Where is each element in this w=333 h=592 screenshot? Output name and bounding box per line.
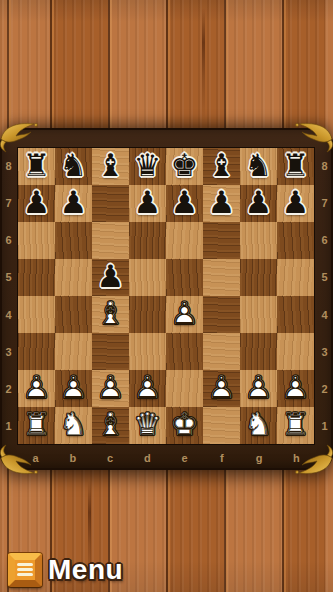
piece-outline: ♙ — [60, 372, 88, 403]
square-f7[interactable]: ♟ — [203, 185, 240, 222]
black-pawn-piece[interactable]: ♟ — [55, 185, 92, 221]
square-g4[interactable] — [240, 296, 277, 333]
square-d5[interactable] — [129, 259, 166, 296]
square-d6[interactable] — [129, 222, 166, 259]
black-pawn-piece[interactable]: ♟ — [18, 185, 55, 221]
square-e2[interactable] — [166, 370, 203, 407]
piece-outline: ♙ — [134, 372, 162, 403]
black-queen-piece[interactable]: ♛ — [129, 148, 166, 184]
square-f5[interactable] — [203, 259, 240, 296]
square-d4[interactable] — [129, 296, 166, 333]
white-rook-piece[interactable]: ♜♖ — [18, 407, 55, 443]
white-bishop-piece[interactable]: ♝♗ — [92, 407, 129, 443]
rank-labels-left: 87654321 — [0, 147, 17, 445]
square-c3[interactable] — [92, 333, 129, 370]
black-rook-piece[interactable]: ♜ — [18, 148, 55, 184]
black-rook-piece[interactable]: ♜ — [277, 148, 314, 184]
piece-outline: ♙ — [282, 372, 310, 403]
square-e3[interactable] — [166, 333, 203, 370]
square-f6[interactable] — [203, 222, 240, 259]
rank-label-5-right: 5 — [316, 259, 333, 296]
square-f1[interactable] — [203, 407, 240, 444]
square-g2[interactable]: ♟♙ — [240, 370, 277, 407]
square-c4[interactable]: ♝♗ — [92, 296, 129, 333]
square-g3[interactable] — [240, 333, 277, 370]
square-h7[interactable]: ♟ — [277, 185, 314, 222]
piece-outline: ♙ — [245, 372, 273, 403]
square-b5[interactable] — [55, 259, 92, 296]
piece-outline: ♕ — [134, 409, 162, 440]
square-g8[interactable]: ♞ — [240, 148, 277, 185]
square-g7[interactable]: ♟ — [240, 185, 277, 222]
board-squares: ♜♞♝♛♚♝♞♜♟♟♟♟♟♟♟♟♝♗♟♙♟♙♟♙♟♙♟♙♟♙♟♙♟♙♜♖♞♘♝♗… — [17, 147, 315, 445]
white-pawn-piece[interactable]: ♟♙ — [55, 370, 92, 406]
square-b3[interactable] — [55, 333, 92, 370]
white-pawn-piece[interactable]: ♟♙ — [277, 370, 314, 406]
file-label-f: f — [203, 447, 240, 468]
square-e8[interactable]: ♚ — [166, 148, 203, 185]
white-queen-piece[interactable]: ♛♕ — [129, 407, 166, 443]
square-c2[interactable]: ♟♙ — [92, 370, 129, 407]
rank-label-2-left: 2 — [0, 371, 17, 408]
square-a7[interactable]: ♟ — [18, 185, 55, 222]
square-c8[interactable]: ♝ — [92, 148, 129, 185]
square-d3[interactable] — [129, 333, 166, 370]
square-c6[interactable] — [92, 222, 129, 259]
square-a1[interactable]: ♜♖ — [18, 407, 55, 444]
rank-label-3-left: 3 — [0, 333, 17, 370]
menu-button-label: Menu — [48, 554, 123, 586]
square-g1[interactable]: ♞♘ — [240, 407, 277, 444]
square-a4[interactable] — [18, 296, 55, 333]
white-knight-piece[interactable]: ♞♘ — [240, 407, 277, 443]
rank-label-2-right: 2 — [316, 371, 333, 408]
white-pawn-piece[interactable]: ♟♙ — [203, 370, 240, 406]
piece-outline: ♗ — [97, 298, 125, 329]
square-d7[interactable]: ♟ — [129, 185, 166, 222]
square-a3[interactable] — [18, 333, 55, 370]
white-king-piece[interactable]: ♚♔ — [166, 407, 203, 443]
rank-label-3-right: 3 — [316, 333, 333, 370]
square-d2[interactable]: ♟♙ — [129, 370, 166, 407]
white-bishop-piece[interactable]: ♝♗ — [92, 296, 129, 332]
square-b7[interactable]: ♟ — [55, 185, 92, 222]
piece-outline: ♙ — [23, 372, 51, 403]
square-e7[interactable]: ♟ — [166, 185, 203, 222]
white-pawn-piece[interactable]: ♟♙ — [92, 370, 129, 406]
file-label-b: b — [54, 447, 91, 468]
piece-outline: ♖ — [282, 409, 310, 440]
rank-label-1-left: 1 — [0, 408, 17, 445]
square-b4[interactable] — [55, 296, 92, 333]
square-c1[interactable]: ♝♗ — [92, 407, 129, 444]
black-bishop-piece[interactable]: ♝ — [203, 148, 240, 184]
rank-label-6-left: 6 — [0, 222, 17, 259]
file-label-e: e — [166, 447, 203, 468]
piece-outline: ♙ — [171, 298, 199, 329]
white-knight-piece[interactable]: ♞♘ — [55, 407, 92, 443]
black-knight-piece[interactable]: ♞ — [240, 148, 277, 184]
white-pawn-piece[interactable]: ♟♙ — [18, 370, 55, 406]
black-knight-piece[interactable]: ♞ — [55, 148, 92, 184]
black-pawn-piece[interactable]: ♟ — [277, 185, 314, 221]
rank-label-7-right: 7 — [316, 184, 333, 221]
square-e6[interactable] — [166, 222, 203, 259]
square-f2[interactable]: ♟♙ — [203, 370, 240, 407]
black-pawn-piece[interactable]: ♟ — [203, 185, 240, 221]
square-b6[interactable] — [55, 222, 92, 259]
file-label-g: g — [241, 447, 278, 468]
piece-outline: ♘ — [245, 409, 273, 440]
piece-outline: ♖ — [23, 409, 51, 440]
rank-label-8-left: 8 — [0, 147, 17, 184]
square-g5[interactable] — [240, 259, 277, 296]
square-d8[interactable]: ♛ — [129, 148, 166, 185]
piece-outline: ♗ — [97, 409, 125, 440]
hamburger-bar — [17, 563, 33, 566]
black-bishop-piece[interactable]: ♝ — [92, 148, 129, 184]
square-g6[interactable] — [240, 222, 277, 259]
file-label-d: d — [129, 447, 166, 468]
white-pawn-piece[interactable]: ♟♙ — [166, 296, 203, 332]
white-pawn-piece[interactable]: ♟♙ — [240, 370, 277, 406]
menu-button[interactable]: Menu — [8, 551, 123, 588]
square-c7[interactable] — [92, 185, 129, 222]
square-h8[interactable]: ♜ — [277, 148, 314, 185]
square-f3[interactable] — [203, 333, 240, 370]
piece-outline: ♙ — [208, 372, 236, 403]
square-c5[interactable]: ♟ — [92, 259, 129, 296]
square-d1[interactable]: ♛♕ — [129, 407, 166, 444]
square-a5[interactable] — [18, 259, 55, 296]
chess-board: 87654321 87654321 ♜♞♝♛♚♝♞♜♟♟♟♟♟♟♟♟♝♗♟♙♟♙… — [0, 128, 333, 470]
piece-outline: ♔ — [171, 409, 199, 440]
black-pawn-piece[interactable]: ♟ — [240, 185, 277, 221]
file-label-a: a — [17, 447, 54, 468]
hamburger-icon[interactable] — [8, 553, 42, 587]
black-pawn-piece[interactable]: ♟ — [129, 185, 166, 221]
rank-label-4-right: 4 — [316, 296, 333, 333]
file-label-h: h — [278, 447, 315, 468]
square-h4[interactable] — [277, 296, 314, 333]
square-b1[interactable]: ♞♘ — [55, 407, 92, 444]
black-pawn-piece[interactable]: ♟ — [166, 185, 203, 221]
white-pawn-piece[interactable]: ♟♙ — [129, 370, 166, 406]
wood-crack — [202, 8, 205, 123]
white-rook-piece[interactable]: ♜♖ — [277, 407, 314, 443]
rank-label-1-right: 1 — [316, 408, 333, 445]
black-pawn-piece[interactable]: ♟ — [92, 259, 129, 295]
rank-label-4-left: 4 — [0, 296, 17, 333]
square-a6[interactable] — [18, 222, 55, 259]
rank-labels-right: 87654321 — [316, 147, 333, 445]
rank-label-6-right: 6 — [316, 222, 333, 259]
file-label-c: c — [92, 447, 129, 468]
square-a8[interactable]: ♜ — [18, 148, 55, 185]
square-h3[interactable] — [277, 333, 314, 370]
square-a2[interactable]: ♟♙ — [18, 370, 55, 407]
square-f4[interactable] — [203, 296, 240, 333]
hamburger-bar — [17, 568, 33, 571]
black-king-piece[interactable]: ♚ — [166, 148, 203, 184]
square-e1[interactable]: ♚♔ — [166, 407, 203, 444]
hamburger-bar — [17, 573, 33, 576]
rank-label-7-left: 7 — [0, 184, 17, 221]
rank-label-5-left: 5 — [0, 259, 17, 296]
square-f8[interactable]: ♝ — [203, 148, 240, 185]
square-h6[interactable] — [277, 222, 314, 259]
rank-label-8-right: 8 — [316, 147, 333, 184]
square-h5[interactable] — [277, 259, 314, 296]
square-h1[interactable]: ♜♖ — [277, 407, 314, 444]
piece-outline: ♙ — [97, 372, 125, 403]
square-b8[interactable]: ♞ — [55, 148, 92, 185]
file-labels-bottom: abcdefgh — [17, 447, 315, 468]
square-b2[interactable]: ♟♙ — [55, 370, 92, 407]
square-e5[interactable] — [166, 259, 203, 296]
square-h2[interactable]: ♟♙ — [277, 370, 314, 407]
piece-outline: ♘ — [60, 409, 88, 440]
square-e4[interactable]: ♟♙ — [166, 296, 203, 333]
